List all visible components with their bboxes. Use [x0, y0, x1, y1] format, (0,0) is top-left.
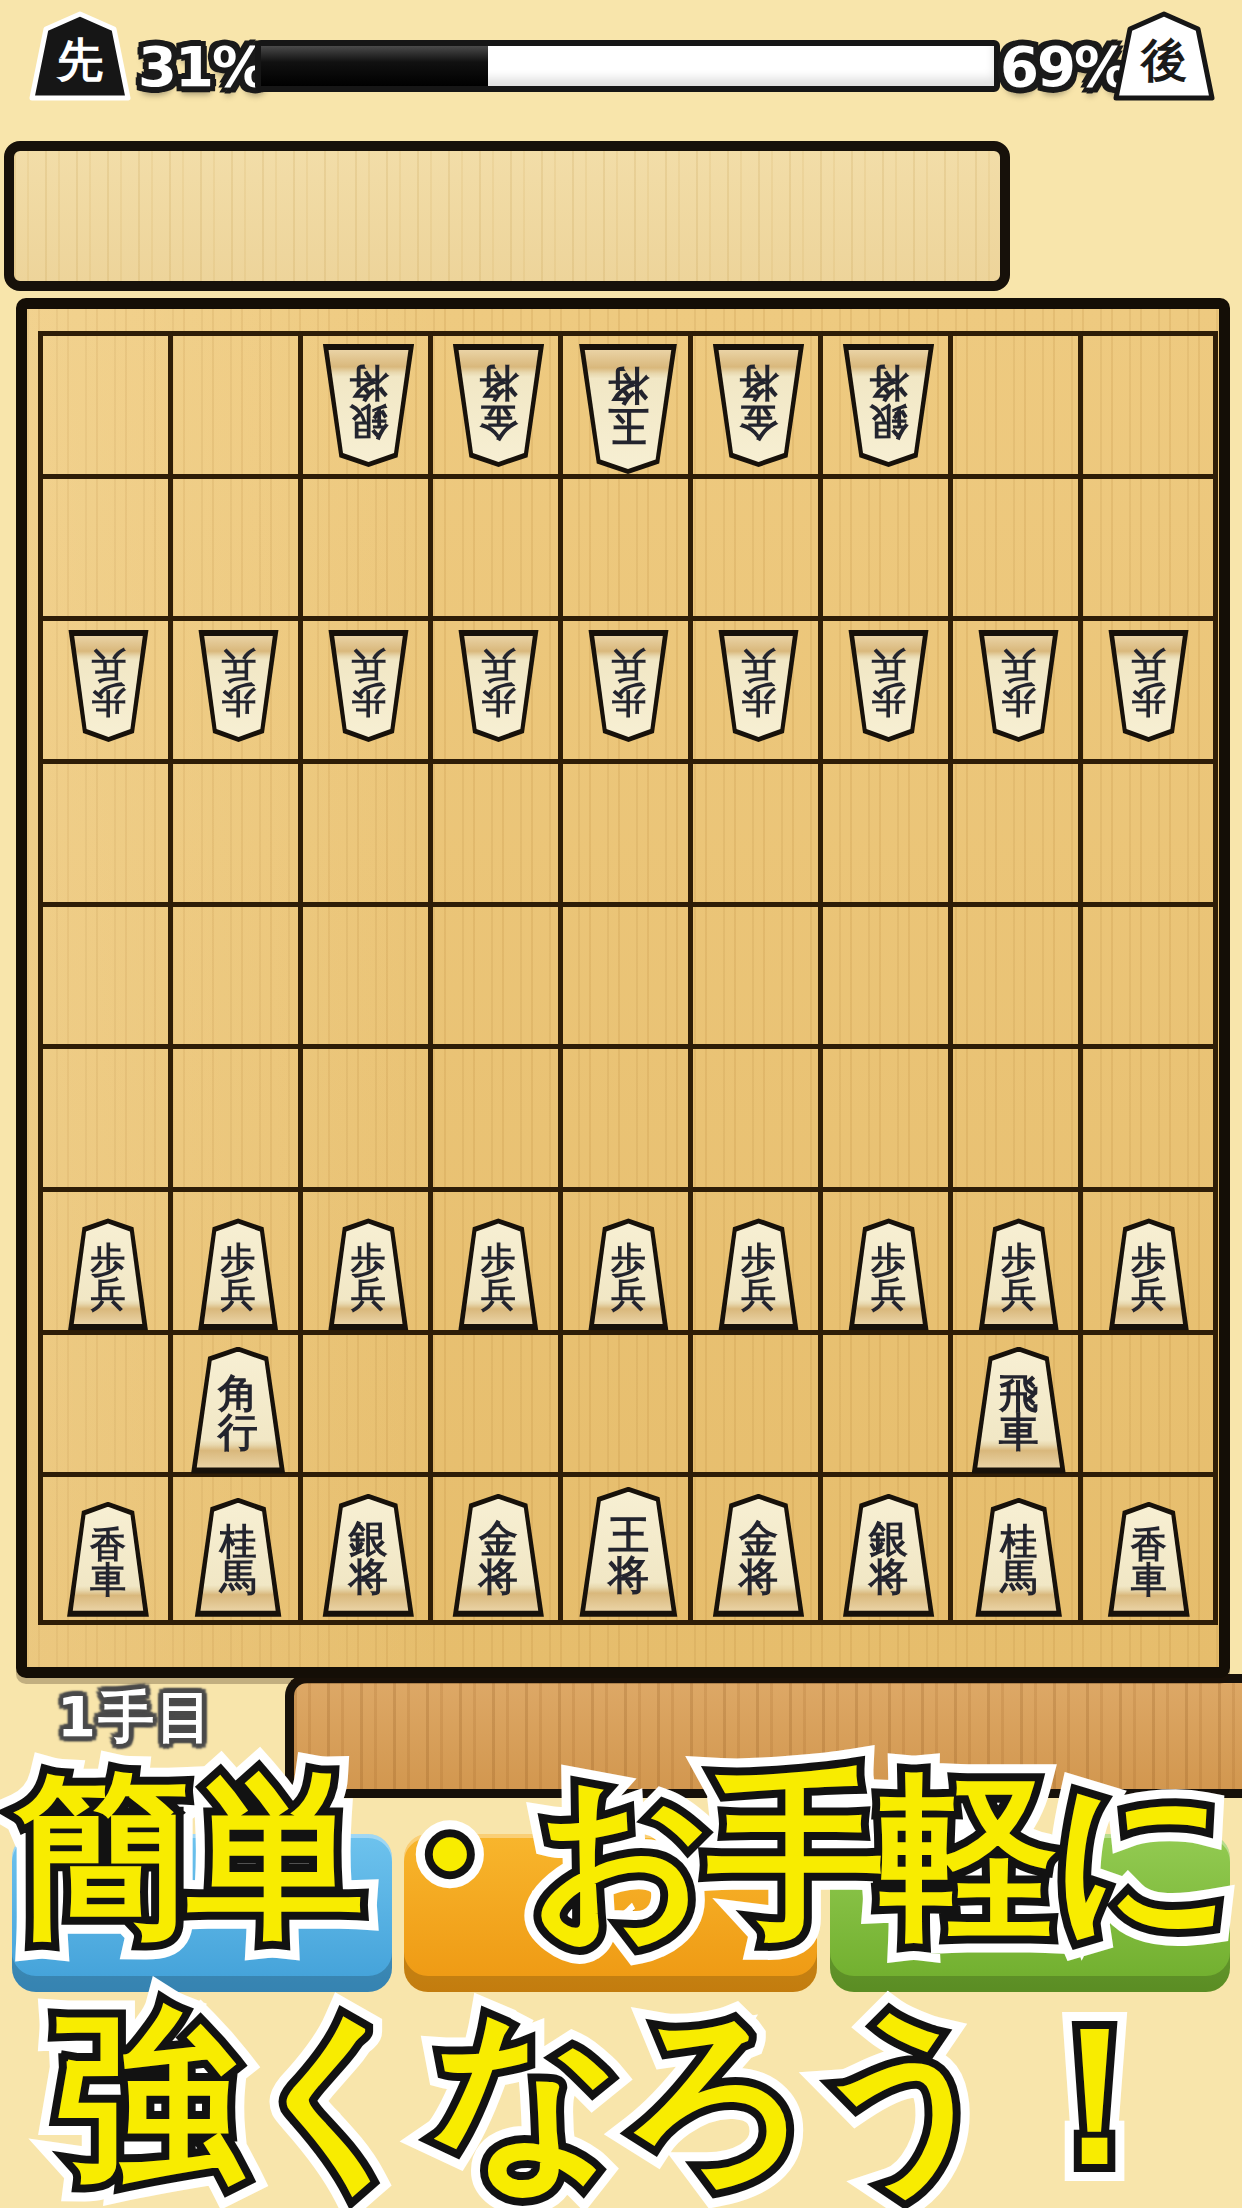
board-cell[interactable]: [303, 1477, 433, 1620]
board-cell[interactable]: [303, 479, 433, 622]
board-cell[interactable]: [43, 1335, 173, 1478]
win-rate-progress-fill: [261, 46, 488, 86]
board-cell[interactable]: [303, 907, 433, 1050]
board-cell[interactable]: [43, 1477, 173, 1620]
win-rate-progress: [255, 40, 1000, 92]
board-cell[interactable]: [173, 1049, 303, 1192]
board-cell[interactable]: [433, 621, 563, 764]
board-cell[interactable]: [433, 907, 563, 1050]
board-cell[interactable]: [43, 479, 173, 622]
board-cell[interactable]: [433, 1335, 563, 1478]
board-cell[interactable]: [43, 764, 173, 907]
board-cell[interactable]: [433, 1049, 563, 1192]
board-cell[interactable]: [563, 479, 693, 622]
gote-komadai[interactable]: [4, 141, 1010, 291]
board-cell[interactable]: [173, 1477, 303, 1620]
board-cell[interactable]: [823, 1335, 953, 1478]
board-cell[interactable]: [823, 1477, 953, 1620]
board-cell[interactable]: [173, 764, 303, 907]
board-cell[interactable]: [173, 907, 303, 1050]
board-cell[interactable]: [43, 621, 173, 764]
board-cell[interactable]: [693, 907, 823, 1050]
board-cell[interactable]: [1083, 1477, 1213, 1620]
sente-win-rate: 31%: [138, 34, 266, 99]
board-grid: [38, 331, 1218, 1625]
board-cell[interactable]: [953, 907, 1083, 1050]
board-cell[interactable]: [693, 479, 823, 622]
board-cell[interactable]: [1083, 764, 1213, 907]
board-cell[interactable]: [303, 621, 433, 764]
board-cell[interactable]: [43, 1049, 173, 1192]
gote-piece-icon: 後: [1112, 10, 1216, 102]
board-cell[interactable]: [953, 764, 1083, 907]
board-cell[interactable]: [303, 1049, 433, 1192]
headline-line1: 簡単・お手軽に: [0, 1738, 1242, 1978]
board-cell[interactable]: [693, 1335, 823, 1478]
board-cell[interactable]: [693, 1049, 823, 1192]
board-cell[interactable]: [173, 336, 303, 479]
board-cell[interactable]: [173, 1192, 303, 1335]
board-cell[interactable]: [563, 907, 693, 1050]
board-cell[interactable]: [823, 1192, 953, 1335]
board-cell[interactable]: [1083, 1192, 1213, 1335]
board-cell[interactable]: [693, 621, 823, 764]
board-cell[interactable]: [563, 1192, 693, 1335]
board-cell[interactable]: [693, 764, 823, 907]
board-cell[interactable]: [823, 479, 953, 622]
sente-piece-icon: 先: [28, 10, 132, 102]
board-cell[interactable]: [303, 336, 433, 479]
board-cell[interactable]: [303, 1192, 433, 1335]
board-cell[interactable]: [433, 764, 563, 907]
board-cell[interactable]: [43, 907, 173, 1050]
board-cell[interactable]: [823, 1049, 953, 1192]
board-cell[interactable]: [953, 336, 1083, 479]
board-cell[interactable]: [563, 621, 693, 764]
board-cell[interactable]: [43, 336, 173, 479]
board-cell[interactable]: [433, 336, 563, 479]
board-cell[interactable]: [693, 1477, 823, 1620]
board-cell[interactable]: [1083, 621, 1213, 764]
board-cell[interactable]: [823, 764, 953, 907]
board-cell[interactable]: [173, 479, 303, 622]
sente-icon-label: 先: [28, 10, 132, 102]
board-cell[interactable]: [823, 621, 953, 764]
board-cell[interactable]: [303, 1335, 433, 1478]
board-cell[interactable]: [1083, 479, 1213, 622]
board-wood: [27, 309, 1219, 1667]
board-cell[interactable]: [563, 1335, 693, 1478]
board-cell[interactable]: [823, 336, 953, 479]
board-cell[interactable]: [693, 1192, 823, 1335]
board-cell[interactable]: [43, 1192, 173, 1335]
board-cell[interactable]: [823, 907, 953, 1050]
board-cell[interactable]: [563, 764, 693, 907]
board-cell[interactable]: [953, 621, 1083, 764]
board-cell[interactable]: [1083, 1335, 1213, 1478]
gote-win-rate: 69%: [1000, 34, 1128, 99]
board-cell[interactable]: [1083, 1049, 1213, 1192]
gote-icon-label: 後: [1112, 10, 1216, 102]
board-cell[interactable]: [173, 621, 303, 764]
board-cell[interactable]: [563, 1049, 693, 1192]
win-rate-bar: 先 31% 69% 後: [0, 0, 1242, 112]
board-cell[interactable]: [953, 1049, 1083, 1192]
board-cell[interactable]: [953, 1477, 1083, 1620]
board-cell[interactable]: [433, 1192, 563, 1335]
board-cell[interactable]: [953, 479, 1083, 622]
board-cell[interactable]: [563, 336, 693, 479]
headline-line2: 強くなろう！: [0, 1972, 1242, 2208]
board-cell[interactable]: [1083, 336, 1213, 479]
board-cell[interactable]: [693, 336, 823, 479]
board-cell[interactable]: [953, 1192, 1083, 1335]
board-cell[interactable]: [433, 1477, 563, 1620]
board-cell[interactable]: [563, 1477, 693, 1620]
shogi-app-screen: { "game": "shogi", "top_bar": { "sente_i…: [0, 0, 1242, 2208]
shogi-board[interactable]: [16, 298, 1230, 1678]
board-cell[interactable]: [1083, 907, 1213, 1050]
board-cell[interactable]: [303, 764, 433, 907]
board-cell[interactable]: [953, 1335, 1083, 1478]
board-cell[interactable]: [433, 479, 563, 622]
board-cell[interactable]: [173, 1335, 303, 1478]
